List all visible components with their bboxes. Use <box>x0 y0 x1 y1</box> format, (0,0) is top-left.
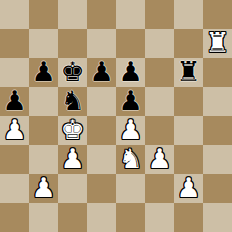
white-pawn-f3[interactable]: ♟ <box>147 145 171 172</box>
square-c7[interactable] <box>58 29 87 58</box>
white-pawn-b2[interactable]: ♟ <box>31 174 55 201</box>
square-e3[interactable]: ♞ <box>116 145 145 174</box>
square-c6[interactable]: ♚ <box>58 58 87 87</box>
square-f7[interactable] <box>145 29 174 58</box>
white-pawn-e4[interactable]: ♟ <box>118 116 142 143</box>
square-e6[interactable]: ♟ <box>116 58 145 87</box>
square-g3[interactable] <box>174 145 203 174</box>
square-d1[interactable] <box>87 203 116 232</box>
square-h2[interactable] <box>203 174 232 203</box>
square-a8[interactable] <box>0 0 29 29</box>
square-b6[interactable]: ♟ <box>29 58 58 87</box>
square-c8[interactable] <box>58 0 87 29</box>
square-h1[interactable] <box>203 203 232 232</box>
white-pawn-a4[interactable]: ♟ <box>2 116 26 143</box>
square-h8[interactable] <box>203 0 232 29</box>
square-d6[interactable]: ♟ <box>87 58 116 87</box>
square-e4[interactable]: ♟ <box>116 116 145 145</box>
square-d5[interactable] <box>87 87 116 116</box>
square-b4[interactable] <box>29 116 58 145</box>
chess-board: ♜♟♚♟♟♜♟♞♟♟♚♟♟♞♟♟♟ <box>0 0 232 232</box>
black-knight-c5[interactable]: ♞ <box>60 87 84 114</box>
black-king-c6[interactable]: ♚ <box>60 58 84 85</box>
square-e5[interactable]: ♟ <box>116 87 145 116</box>
square-f4[interactable] <box>145 116 174 145</box>
square-g6[interactable]: ♜ <box>174 58 203 87</box>
square-f6[interactable] <box>145 58 174 87</box>
square-g4[interactable] <box>174 116 203 145</box>
black-pawn-d6[interactable]: ♟ <box>89 58 113 85</box>
square-h4[interactable] <box>203 116 232 145</box>
square-d4[interactable] <box>87 116 116 145</box>
white-pawn-g2[interactable]: ♟ <box>176 174 200 201</box>
square-d7[interactable] <box>87 29 116 58</box>
square-a5[interactable]: ♟ <box>0 87 29 116</box>
square-a3[interactable] <box>0 145 29 174</box>
white-knight-e3[interactable]: ♞ <box>118 145 142 172</box>
square-b3[interactable] <box>29 145 58 174</box>
white-pawn-c3[interactable]: ♟ <box>60 145 84 172</box>
square-a6[interactable] <box>0 58 29 87</box>
square-d3[interactable] <box>87 145 116 174</box>
square-b2[interactable]: ♟ <box>29 174 58 203</box>
black-pawn-e5[interactable]: ♟ <box>118 87 142 114</box>
square-g2[interactable]: ♟ <box>174 174 203 203</box>
square-h6[interactable] <box>203 58 232 87</box>
square-c1[interactable] <box>58 203 87 232</box>
square-c3[interactable]: ♟ <box>58 145 87 174</box>
square-f2[interactable] <box>145 174 174 203</box>
square-f1[interactable] <box>145 203 174 232</box>
square-h5[interactable] <box>203 87 232 116</box>
square-g7[interactable] <box>174 29 203 58</box>
square-b8[interactable] <box>29 0 58 29</box>
square-g8[interactable] <box>174 0 203 29</box>
square-h3[interactable] <box>203 145 232 174</box>
square-b5[interactable] <box>29 87 58 116</box>
square-c4[interactable]: ♚ <box>58 116 87 145</box>
square-d2[interactable] <box>87 174 116 203</box>
square-f5[interactable] <box>145 87 174 116</box>
square-b1[interactable] <box>29 203 58 232</box>
square-d8[interactable] <box>87 0 116 29</box>
square-e1[interactable] <box>116 203 145 232</box>
square-h7[interactable]: ♜ <box>203 29 232 58</box>
square-e8[interactable] <box>116 0 145 29</box>
square-b7[interactable] <box>29 29 58 58</box>
square-a4[interactable]: ♟ <box>0 116 29 145</box>
white-rook-h7[interactable]: ♜ <box>205 29 229 56</box>
square-f3[interactable]: ♟ <box>145 145 174 174</box>
black-pawn-a5[interactable]: ♟ <box>2 87 26 114</box>
square-e2[interactable] <box>116 174 145 203</box>
square-a1[interactable] <box>0 203 29 232</box>
square-g1[interactable] <box>174 203 203 232</box>
square-c5[interactable]: ♞ <box>58 87 87 116</box>
square-a2[interactable] <box>0 174 29 203</box>
square-e7[interactable] <box>116 29 145 58</box>
white-king-c4[interactable]: ♚ <box>60 116 84 143</box>
black-rook-g6[interactable]: ♜ <box>176 58 200 85</box>
square-g5[interactable] <box>174 87 203 116</box>
square-f8[interactable] <box>145 0 174 29</box>
black-pawn-e6[interactable]: ♟ <box>118 58 142 85</box>
square-c2[interactable] <box>58 174 87 203</box>
black-pawn-b6[interactable]: ♟ <box>31 58 55 85</box>
square-a7[interactable] <box>0 29 29 58</box>
